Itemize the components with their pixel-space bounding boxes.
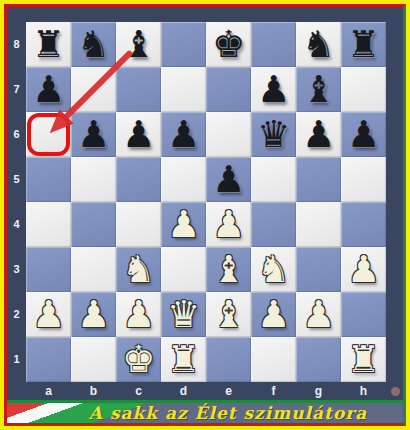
square-h2[interactable] (341, 292, 386, 337)
square-a1[interactable] (26, 337, 71, 382)
square-b6[interactable]: ♟ (71, 112, 116, 157)
piece-black-knight: ♞ (77, 22, 110, 67)
file-label-b: b (71, 382, 116, 400)
rank-label-2: 2 (7, 292, 26, 337)
corner-dot-icon (391, 387, 400, 396)
square-g1[interactable] (296, 337, 341, 382)
square-h5[interactable] (341, 157, 386, 202)
file-label-e: e (206, 382, 251, 400)
square-g5[interactable] (296, 157, 341, 202)
chess-board: ♜♞♝♚♞♜♟♟♝♟♟♟♛♟♟♟♟♟♞♝♞♟♟♟♟♛♝♟♟♚♜♜ (26, 22, 386, 382)
piece-white-bishop: ♝ (212, 292, 245, 337)
square-f3[interactable]: ♞ (251, 247, 296, 292)
square-a3[interactable] (26, 247, 71, 292)
square-g3[interactable] (296, 247, 341, 292)
piece-black-pawn: ♟ (212, 157, 245, 202)
square-f4[interactable] (251, 202, 296, 247)
square-h4[interactable] (341, 202, 386, 247)
piece-white-rook: ♜ (167, 337, 200, 382)
footer-caption: A sakk az Élet szimulátora (7, 403, 403, 423)
square-f6[interactable]: ♛ (251, 112, 296, 157)
piece-black-rook: ♜ (32, 22, 65, 67)
rank-label-1: 1 (7, 337, 26, 382)
square-b3[interactable] (71, 247, 116, 292)
piece-black-pawn: ♟ (122, 112, 155, 157)
piece-white-pawn: ♟ (212, 202, 245, 247)
square-b4[interactable] (71, 202, 116, 247)
square-e8[interactable]: ♚ (206, 22, 251, 67)
square-d6[interactable]: ♟ (161, 112, 206, 157)
square-f2[interactable]: ♟ (251, 292, 296, 337)
square-c5[interactable] (116, 157, 161, 202)
square-h1[interactable]: ♜ (341, 337, 386, 382)
square-c6[interactable]: ♟ (116, 112, 161, 157)
outer-frame: 87654321 ♜♞♝♚♞♜♟♟♝♟♟♟♛♟♟♟♟♟♞♝♞♟♟♟♟♛♝♟♟♚♜… (0, 0, 410, 430)
square-g2[interactable]: ♟ (296, 292, 341, 337)
square-e6[interactable] (206, 112, 251, 157)
rank-label-8: 8 (7, 22, 26, 67)
piece-black-pawn: ♟ (302, 112, 335, 157)
file-label-g: g (296, 382, 341, 400)
file-label-h: h (341, 382, 386, 400)
square-b8[interactable]: ♞ (71, 22, 116, 67)
rank-label-7: 7 (7, 67, 26, 112)
footer-bar: A sakk az Élet szimulátora (7, 403, 403, 423)
square-c2[interactable]: ♟ (116, 292, 161, 337)
square-f7[interactable]: ♟ (251, 67, 296, 112)
piece-white-king: ♚ (122, 337, 155, 382)
piece-white-queen: ♛ (167, 292, 200, 337)
square-b1[interactable] (71, 337, 116, 382)
file-labels: abcdefgh (26, 382, 386, 400)
square-c8[interactable]: ♝ (116, 22, 161, 67)
square-a7[interactable]: ♟ (26, 67, 71, 112)
piece-white-pawn: ♟ (77, 292, 110, 337)
square-a2[interactable]: ♟ (26, 292, 71, 337)
piece-white-pawn: ♟ (122, 292, 155, 337)
square-a8[interactable]: ♜ (26, 22, 71, 67)
square-e2[interactable]: ♝ (206, 292, 251, 337)
square-a4[interactable] (26, 202, 71, 247)
square-e1[interactable] (206, 337, 251, 382)
square-c3[interactable]: ♞ (116, 247, 161, 292)
square-d8[interactable] (161, 22, 206, 67)
square-d5[interactable] (161, 157, 206, 202)
piece-black-queen: ♛ (257, 112, 290, 157)
square-d2[interactable]: ♛ (161, 292, 206, 337)
piece-black-rook: ♜ (347, 22, 380, 67)
inner-frame: 87654321 ♜♞♝♚♞♜♟♟♝♟♟♟♛♟♟♟♟♟♞♝♞♟♟♟♟♛♝♟♟♚♜… (4, 4, 406, 426)
piece-black-bishop: ♝ (122, 22, 155, 67)
square-b5[interactable] (71, 157, 116, 202)
file-label-d: d (161, 382, 206, 400)
file-label-a: a (26, 382, 71, 400)
square-h8[interactable]: ♜ (341, 22, 386, 67)
rank-label-6: 6 (7, 112, 26, 157)
rank-label-4: 4 (7, 202, 26, 247)
square-h7[interactable] (341, 67, 386, 112)
square-d1[interactable]: ♜ (161, 337, 206, 382)
square-a5[interactable] (26, 157, 71, 202)
square-g4[interactable] (296, 202, 341, 247)
square-h3[interactable]: ♟ (341, 247, 386, 292)
square-g7[interactable]: ♝ (296, 67, 341, 112)
square-d3[interactable] (161, 247, 206, 292)
square-d7[interactable] (161, 67, 206, 112)
square-b7[interactable] (71, 67, 116, 112)
square-e4[interactable]: ♟ (206, 202, 251, 247)
piece-black-pawn: ♟ (167, 112, 200, 157)
piece-white-pawn: ♟ (257, 292, 290, 337)
file-label-c: c (116, 382, 161, 400)
piece-white-rook: ♜ (347, 337, 380, 382)
square-e3[interactable]: ♝ (206, 247, 251, 292)
square-e7[interactable] (206, 67, 251, 112)
square-c4[interactable] (116, 202, 161, 247)
square-b2[interactable]: ♟ (71, 292, 116, 337)
piece-white-bishop: ♝ (212, 247, 245, 292)
piece-black-pawn: ♟ (257, 67, 290, 112)
rank-label-3: 3 (7, 247, 26, 292)
piece-black-pawn: ♟ (32, 67, 65, 112)
piece-white-pawn: ♟ (167, 202, 200, 247)
square-f5[interactable] (251, 157, 296, 202)
square-a6[interactable] (26, 112, 71, 157)
piece-white-pawn: ♟ (302, 292, 335, 337)
piece-black-king: ♚ (212, 22, 245, 67)
square-h6[interactable]: ♟ (341, 112, 386, 157)
square-e5[interactable]: ♟ (206, 157, 251, 202)
piece-white-pawn: ♟ (347, 247, 380, 292)
board-panel: 87654321 ♜♞♝♚♞♜♟♟♝♟♟♟♛♟♟♟♟♟♞♝♞♟♟♟♟♛♝♟♟♚♜… (7, 7, 403, 400)
square-g8[interactable]: ♞ (296, 22, 341, 67)
piece-black-knight: ♞ (302, 22, 335, 67)
rank-label-5: 5 (7, 157, 26, 202)
piece-black-pawn: ♟ (347, 112, 380, 157)
piece-white-pawn: ♟ (32, 292, 65, 337)
square-d4[interactable]: ♟ (161, 202, 206, 247)
piece-white-knight: ♞ (122, 247, 155, 292)
piece-black-pawn: ♟ (77, 112, 110, 157)
square-f1[interactable] (251, 337, 296, 382)
piece-black-bishop: ♝ (302, 67, 335, 112)
square-c7[interactable] (116, 67, 161, 112)
rank-labels: 87654321 (7, 22, 26, 382)
file-label-f: f (251, 382, 296, 400)
square-g6[interactable]: ♟ (296, 112, 341, 157)
square-f8[interactable] (251, 22, 296, 67)
piece-white-knight: ♞ (257, 247, 290, 292)
square-c1[interactable]: ♚ (116, 337, 161, 382)
